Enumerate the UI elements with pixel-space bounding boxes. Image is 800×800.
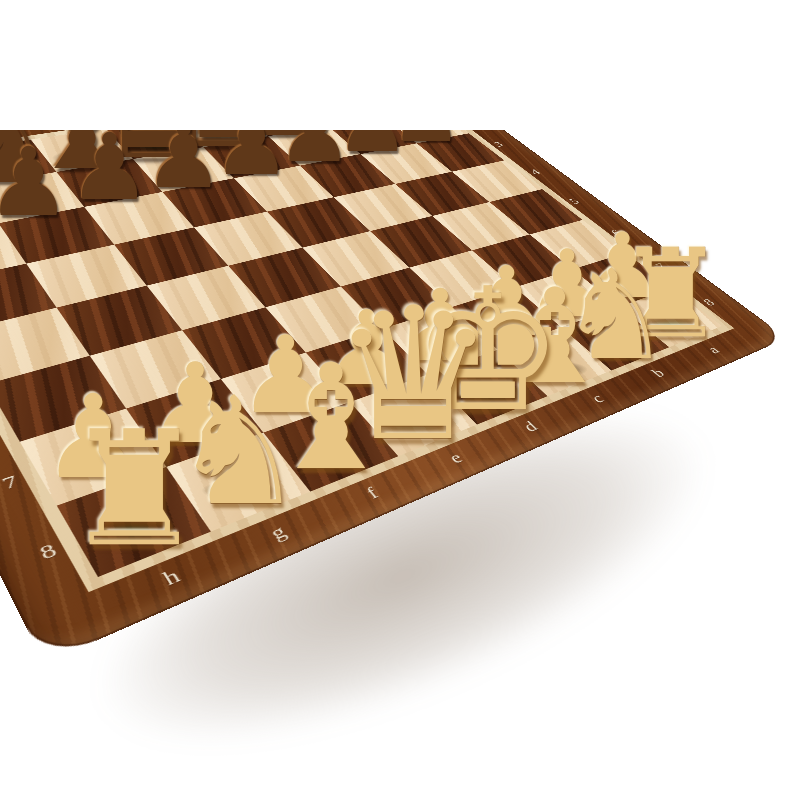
file-label-near-a: a	[704, 344, 722, 356]
photo-crop-white-band	[0, 0, 800, 130]
file-label-near-b: b	[648, 366, 667, 379]
file-label-near-g: g	[266, 522, 289, 542]
file-label-near-d: d	[520, 419, 540, 434]
file-label-near-h: h	[159, 566, 183, 589]
rank-label-left-8: 8	[36, 540, 59, 562]
file-label-near-f: f	[363, 484, 382, 501]
file-label-near-c: c	[588, 391, 607, 405]
rank-label-left-7: 7	[0, 472, 21, 492]
product-photo-canvas: hhggffeeddccbbaa1122334455667788 ♜♞♝♟♚♟♛…	[0, 0, 800, 800]
file-label-near-e: e	[445, 450, 465, 466]
